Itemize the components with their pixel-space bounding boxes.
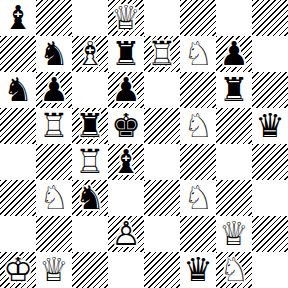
square-f1[interactable]: ♛♛ (180, 252, 216, 288)
square-c3[interactable]: ♞♞ (72, 180, 108, 216)
square-b5[interactable]: ♜♖ (36, 108, 72, 144)
square-e2[interactable] (144, 216, 180, 252)
piece-black-rook: ♜♜ (72, 108, 108, 144)
white-knight-icon: ♘ (180, 180, 216, 216)
square-c8[interactable] (72, 0, 108, 36)
piece-white-pawn: ♟♙ (108, 216, 144, 252)
black-rook-icon: ♜ (72, 108, 108, 144)
piece-black-pawn: ♟♟ (216, 36, 252, 72)
square-e4[interactable] (144, 144, 180, 180)
square-b2[interactable] (36, 216, 72, 252)
black-rook-icon: ♜ (216, 72, 252, 108)
white-knight-icon: ♘ (216, 252, 252, 288)
white-rook-icon: ♖ (72, 144, 108, 180)
square-e1[interactable] (144, 252, 180, 288)
piece-black-king: ♚♚ (108, 108, 144, 144)
piece-black-rook: ♜♜ (108, 36, 144, 72)
piece-white-rook: ♜♖ (144, 36, 180, 72)
square-a6[interactable]: ♞♞ (0, 72, 36, 108)
piece-white-rook: ♜♖ (72, 144, 108, 180)
square-a5[interactable] (0, 108, 36, 144)
square-b8[interactable] (36, 0, 72, 36)
square-b3[interactable]: ♞♘ (36, 180, 72, 216)
square-h4[interactable] (252, 144, 288, 180)
piece-black-knight: ♞♞ (0, 72, 36, 108)
black-rook-icon: ♜ (108, 36, 144, 72)
black-pawn-icon: ♟ (216, 36, 252, 72)
square-a3[interactable] (0, 180, 36, 216)
white-rook-icon: ♖ (144, 36, 180, 72)
black-knight-icon: ♞ (72, 180, 108, 216)
black-king-icon: ♚ (108, 108, 144, 144)
square-c4[interactable]: ♜♖ (72, 144, 108, 180)
square-g6[interactable]: ♜♜ (216, 72, 252, 108)
white-bishop-icon: ♗ (72, 36, 108, 72)
piece-white-knight: ♞♘ (180, 108, 216, 144)
square-c1[interactable] (72, 252, 108, 288)
black-queen-icon: ♛ (252, 108, 288, 144)
square-c2[interactable] (72, 216, 108, 252)
piece-white-king: ♚♔ (0, 252, 36, 288)
square-g1[interactable]: ♞♘ (216, 252, 252, 288)
square-f8[interactable] (180, 0, 216, 36)
square-e7[interactable]: ♜♖ (144, 36, 180, 72)
square-f6[interactable] (180, 72, 216, 108)
square-d4[interactable]: ♝♝ (108, 144, 144, 180)
square-e6[interactable] (144, 72, 180, 108)
square-f4[interactable] (180, 144, 216, 180)
square-b7[interactable]: ♞♞ (36, 36, 72, 72)
piece-white-bishop: ♝♗ (72, 36, 108, 72)
white-pawn-icon: ♙ (108, 216, 144, 252)
square-h1[interactable] (252, 252, 288, 288)
square-a2[interactable] (0, 216, 36, 252)
white-queen-icon: ♕ (108, 0, 144, 36)
piece-white-knight: ♞♘ (216, 252, 252, 288)
piece-black-knight: ♞♞ (72, 180, 108, 216)
piece-black-knight: ♞♞ (36, 36, 72, 72)
piece-black-queen: ♛♛ (252, 108, 288, 144)
chess-board: ♝♝♛♕♞♞♝♗♜♜♜♖♞♘♟♟♞♞♟♟♟♟♜♜♜♖♜♜♚♚♞♘♛♛♜♖♝♝♞♘… (0, 0, 288, 288)
square-a8[interactable]: ♝♝ (0, 0, 36, 36)
piece-white-rook: ♜♖ (36, 108, 72, 144)
square-h5[interactable]: ♛♛ (252, 108, 288, 144)
square-g4[interactable] (216, 144, 252, 180)
square-f3[interactable]: ♞♘ (180, 180, 216, 216)
square-d5[interactable]: ♚♚ (108, 108, 144, 144)
square-h3[interactable] (252, 180, 288, 216)
square-f2[interactable] (180, 216, 216, 252)
square-b4[interactable] (36, 144, 72, 180)
black-knight-icon: ♞ (0, 72, 36, 108)
square-f5[interactable]: ♞♘ (180, 108, 216, 144)
piece-black-queen: ♛♛ (180, 252, 216, 288)
black-knight-icon: ♞ (36, 36, 72, 72)
square-h2[interactable] (252, 216, 288, 252)
square-d1[interactable] (108, 252, 144, 288)
square-d6[interactable]: ♟♟ (108, 72, 144, 108)
black-pawn-icon: ♟ (108, 72, 144, 108)
white-king-icon: ♔ (0, 252, 36, 288)
square-g3[interactable] (216, 180, 252, 216)
black-pawn-icon: ♟ (36, 72, 72, 108)
square-a7[interactable] (0, 36, 36, 72)
square-h7[interactable] (252, 36, 288, 72)
piece-white-knight: ♞♘ (180, 180, 216, 216)
square-b1[interactable]: ♛♕ (36, 252, 72, 288)
black-bishop-icon: ♝ (0, 0, 36, 36)
square-h8[interactable] (252, 0, 288, 36)
piece-black-bishop: ♝♝ (0, 0, 36, 36)
square-c5[interactable]: ♜♜ (72, 108, 108, 144)
square-g8[interactable] (216, 0, 252, 36)
square-a1[interactable]: ♚♔ (0, 252, 36, 288)
piece-white-knight: ♞♘ (36, 180, 72, 216)
square-g5[interactable] (216, 108, 252, 144)
square-f7[interactable]: ♞♘ (180, 36, 216, 72)
square-e3[interactable] (144, 180, 180, 216)
square-c6[interactable] (72, 72, 108, 108)
square-d2[interactable]: ♟♙ (108, 216, 144, 252)
white-knight-icon: ♘ (36, 180, 72, 216)
square-b6[interactable]: ♟♟ (36, 72, 72, 108)
square-g7[interactable]: ♟♟ (216, 36, 252, 72)
square-h6[interactable] (252, 72, 288, 108)
square-d8[interactable]: ♛♕ (108, 0, 144, 36)
piece-white-queen: ♛♕ (36, 252, 72, 288)
piece-black-bishop: ♝♝ (108, 144, 144, 180)
white-knight-icon: ♘ (180, 108, 216, 144)
square-e8[interactable] (144, 0, 180, 36)
white-queen-icon: ♕ (216, 216, 252, 252)
piece-white-knight: ♞♘ (180, 36, 216, 72)
white-queen-icon: ♕ (36, 252, 72, 288)
piece-black-pawn: ♟♟ (108, 72, 144, 108)
square-d7[interactable]: ♜♜ (108, 36, 144, 72)
piece-white-queen: ♛♕ (108, 0, 144, 36)
piece-black-pawn: ♟♟ (36, 72, 72, 108)
black-bishop-icon: ♝ (108, 144, 144, 180)
piece-black-rook: ♜♜ (216, 72, 252, 108)
piece-white-queen: ♛♕ (216, 216, 252, 252)
square-d3[interactable] (108, 180, 144, 216)
square-e5[interactable] (144, 108, 180, 144)
square-g2[interactable]: ♛♕ (216, 216, 252, 252)
black-queen-icon: ♛ (180, 252, 216, 288)
white-knight-icon: ♘ (180, 36, 216, 72)
white-rook-icon: ♖ (36, 108, 72, 144)
square-c7[interactable]: ♝♗ (72, 36, 108, 72)
square-a4[interactable] (0, 144, 36, 180)
